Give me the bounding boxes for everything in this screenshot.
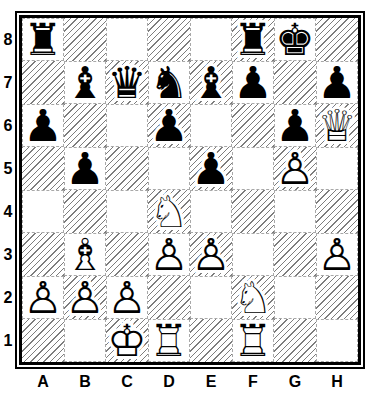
square-f1[interactable]: ♜♖ xyxy=(232,319,274,362)
square-e6[interactable] xyxy=(190,104,232,147)
file-label-b: B xyxy=(64,372,106,392)
rank-label-1: 1 xyxy=(0,319,16,362)
piece-black-pawn-d6: ♟ xyxy=(148,104,190,147)
square-g8[interactable]: ♚♚ xyxy=(274,18,316,61)
piece-white-pawn-c2: ♙ xyxy=(106,276,148,319)
piece-halo: ♟ xyxy=(106,276,148,319)
square-d6[interactable]: ♟♟ xyxy=(148,104,190,147)
square-h5[interactable] xyxy=(316,147,358,190)
board-inner: ♜♜♜♜♚♚♝♝♛♛♞♞♝♝♟♟♟♟♟♟♟♟♟♟♛♕♟♟♟♟♟♙♞♘♝♗♟♙♟♙… xyxy=(19,15,361,365)
piece-white-pawn-b2: ♙ xyxy=(64,276,106,319)
square-f5[interactable] xyxy=(232,147,274,190)
square-b6[interactable] xyxy=(64,104,106,147)
piece-halo: ♝ xyxy=(64,61,106,104)
square-h1[interactable] xyxy=(316,319,358,362)
square-g2[interactable] xyxy=(274,276,316,319)
piece-halo: ♝ xyxy=(190,61,232,104)
piece-halo: ♛ xyxy=(106,61,148,104)
piece-halo: ♟ xyxy=(64,276,106,319)
piece-black-king-g8: ♚ xyxy=(274,18,316,61)
piece-halo: ♟ xyxy=(232,61,274,104)
square-d1[interactable]: ♜♖ xyxy=(148,319,190,362)
square-c4[interactable] xyxy=(106,190,148,233)
rank-label-2: 2 xyxy=(0,276,16,319)
square-h2[interactable] xyxy=(316,276,358,319)
piece-halo: ♞ xyxy=(148,190,190,233)
square-h7[interactable]: ♟♟ xyxy=(316,61,358,104)
square-e8[interactable] xyxy=(190,18,232,61)
square-e5[interactable]: ♟♟ xyxy=(190,147,232,190)
piece-white-queen-h6: ♕ xyxy=(316,104,358,147)
square-g3[interactable] xyxy=(274,233,316,276)
piece-white-pawn-e3: ♙ xyxy=(190,233,232,276)
rank-label-5: 5 xyxy=(0,147,16,190)
piece-black-pawn-f7: ♟ xyxy=(232,61,274,104)
square-e2[interactable] xyxy=(190,276,232,319)
board-frame: ♜♜♜♜♚♚♝♝♛♛♞♞♝♝♟♟♟♟♟♟♟♟♟♟♛♕♟♟♟♟♟♙♞♘♝♗♟♙♟♙… xyxy=(15,11,365,369)
piece-black-pawn-g6: ♟ xyxy=(274,104,316,147)
piece-halo: ♚ xyxy=(106,319,148,362)
piece-white-rook-f1: ♖ xyxy=(232,319,274,362)
piece-halo: ♜ xyxy=(232,319,274,362)
square-d8[interactable] xyxy=(148,18,190,61)
square-e3[interactable]: ♟♙ xyxy=(190,233,232,276)
square-c8[interactable] xyxy=(106,18,148,61)
file-label-a: A xyxy=(22,372,64,392)
piece-halo: ♟ xyxy=(190,233,232,276)
square-a7[interactable] xyxy=(22,61,64,104)
file-label-e: E xyxy=(190,372,232,392)
file-labels: ABCDEFGH xyxy=(22,372,358,392)
rank-label-7: 7 xyxy=(0,61,16,104)
square-a1[interactable] xyxy=(22,319,64,362)
piece-white-knight-d4: ♘ xyxy=(148,190,190,233)
square-d2[interactable] xyxy=(148,276,190,319)
rank-label-8: 8 xyxy=(0,18,16,61)
piece-white-pawn-h3: ♙ xyxy=(316,233,358,276)
piece-white-pawn-a2: ♙ xyxy=(22,276,64,319)
piece-halo: ♛ xyxy=(316,104,358,147)
file-label-g: G xyxy=(274,372,316,392)
square-f4[interactable] xyxy=(232,190,274,233)
square-b4[interactable] xyxy=(64,190,106,233)
square-a6[interactable]: ♟♟ xyxy=(22,104,64,147)
piece-black-pawn-h7: ♟ xyxy=(316,61,358,104)
square-f7[interactable]: ♟♟ xyxy=(232,61,274,104)
square-e4[interactable] xyxy=(190,190,232,233)
rank-label-6: 6 xyxy=(0,104,16,147)
square-a5[interactable] xyxy=(22,147,64,190)
square-e1[interactable] xyxy=(190,319,232,362)
piece-halo: ♟ xyxy=(148,233,190,276)
square-g4[interactable] xyxy=(274,190,316,233)
rank-label-4: 4 xyxy=(0,190,16,233)
piece-black-pawn-b5: ♟ xyxy=(64,147,106,190)
piece-halo: ♟ xyxy=(190,147,232,190)
file-label-c: C xyxy=(106,372,148,392)
square-c3[interactable] xyxy=(106,233,148,276)
square-g5[interactable]: ♟♙ xyxy=(274,147,316,190)
square-b7[interactable]: ♝♝ xyxy=(64,61,106,104)
piece-black-bishop-e7: ♝ xyxy=(190,61,232,104)
rank-labels: 87654321 xyxy=(0,18,16,362)
square-c1[interactable]: ♚♔ xyxy=(106,319,148,362)
piece-white-king-c1: ♔ xyxy=(106,319,148,362)
file-label-f: F xyxy=(232,372,274,392)
piece-white-knight-f2: ♘ xyxy=(232,276,274,319)
square-a2[interactable]: ♟♙ xyxy=(22,276,64,319)
square-c2[interactable]: ♟♙ xyxy=(106,276,148,319)
piece-black-rook-a8: ♜ xyxy=(22,18,64,61)
piece-halo: ♚ xyxy=(274,18,316,61)
piece-halo: ♟ xyxy=(22,276,64,319)
piece-white-pawn-g5: ♙ xyxy=(274,147,316,190)
piece-white-bishop-b3: ♗ xyxy=(64,233,106,276)
square-d5[interactable] xyxy=(148,147,190,190)
square-h4[interactable] xyxy=(316,190,358,233)
square-b2[interactable]: ♟♙ xyxy=(64,276,106,319)
piece-halo: ♜ xyxy=(22,18,64,61)
piece-halo: ♟ xyxy=(64,147,106,190)
square-h6[interactable]: ♛♕ xyxy=(316,104,358,147)
square-f6[interactable] xyxy=(232,104,274,147)
piece-white-rook-d1: ♖ xyxy=(148,319,190,362)
piece-black-rook-f8: ♜ xyxy=(232,18,274,61)
square-a8[interactable]: ♜♜ xyxy=(22,18,64,61)
square-b1[interactable] xyxy=(64,319,106,362)
board-grid: ♜♜♜♜♚♚♝♝♛♛♞♞♝♝♟♟♟♟♟♟♟♟♟♟♛♕♟♟♟♟♟♙♞♘♝♗♟♙♟♙… xyxy=(22,18,358,362)
square-a4[interactable] xyxy=(22,190,64,233)
piece-halo: ♝ xyxy=(64,233,106,276)
piece-halo: ♜ xyxy=(232,18,274,61)
square-f2[interactable]: ♞♘ xyxy=(232,276,274,319)
square-b3[interactable]: ♝♗ xyxy=(64,233,106,276)
square-g6[interactable]: ♟♟ xyxy=(274,104,316,147)
square-g7[interactable] xyxy=(274,61,316,104)
square-c7[interactable]: ♛♛ xyxy=(106,61,148,104)
piece-black-bishop-b7: ♝ xyxy=(64,61,106,104)
square-f8[interactable]: ♜♜ xyxy=(232,18,274,61)
square-b5[interactable]: ♟♟ xyxy=(64,147,106,190)
piece-halo: ♜ xyxy=(148,319,190,362)
square-h8[interactable] xyxy=(316,18,358,61)
piece-halo: ♟ xyxy=(274,147,316,190)
piece-black-pawn-e5: ♟ xyxy=(190,147,232,190)
square-a3[interactable] xyxy=(22,233,64,276)
piece-black-pawn-a6: ♟ xyxy=(22,104,64,147)
piece-halo: ♟ xyxy=(148,104,190,147)
piece-halo: ♟ xyxy=(316,233,358,276)
piece-halo: ♟ xyxy=(22,104,64,147)
square-g1[interactable] xyxy=(274,319,316,362)
piece-white-pawn-d3: ♙ xyxy=(148,233,190,276)
square-c5[interactable] xyxy=(106,147,148,190)
piece-halo: ♟ xyxy=(274,104,316,147)
file-label-h: H xyxy=(316,372,358,392)
file-label-d: D xyxy=(148,372,190,392)
piece-halo: ♞ xyxy=(232,276,274,319)
piece-halo: ♞ xyxy=(148,61,190,104)
piece-black-queen-c7: ♛ xyxy=(106,61,148,104)
piece-halo: ♟ xyxy=(316,61,358,104)
chess-diagram: 87654321 ♜♜♜♜♚♚♝♝♛♛♞♞♝♝♟♟♟♟♟♟♟♟♟♟♛♕♟♟♟♟♟… xyxy=(0,0,387,394)
square-b8[interactable] xyxy=(64,18,106,61)
piece-black-knight-d7: ♞ xyxy=(148,61,190,104)
square-d4[interactable]: ♞♘ xyxy=(148,190,190,233)
square-f3[interactable] xyxy=(232,233,274,276)
square-e7[interactable]: ♝♝ xyxy=(190,61,232,104)
square-d3[interactable]: ♟♙ xyxy=(148,233,190,276)
square-d7[interactable]: ♞♞ xyxy=(148,61,190,104)
square-c6[interactable] xyxy=(106,104,148,147)
square-h3[interactable]: ♟♙ xyxy=(316,233,358,276)
rank-label-3: 3 xyxy=(0,233,16,276)
